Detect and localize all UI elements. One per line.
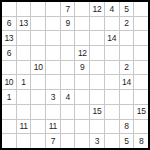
cell-r10c10[interactable]: 8 (134, 134, 148, 148)
clue-number: 15 (137, 107, 146, 116)
cell-r2c5[interactable]: 9 (61, 17, 75, 31)
cell-r5c4[interactable] (46, 61, 60, 75)
cell-r8c5[interactable] (61, 105, 75, 119)
cell-r3c3[interactable] (31, 31, 45, 45)
clue-number: 7 (65, 5, 69, 14)
clue-number: 14 (107, 34, 116, 43)
clue-number: 14 (122, 78, 131, 87)
clue-number: 3 (95, 137, 99, 146)
cell-r10c4[interactable]: 7 (46, 134, 60, 148)
clue-number: 15 (93, 107, 102, 116)
cell-r10c9[interactable]: 5 (120, 134, 134, 148)
cell-r1c6[interactable] (75, 2, 89, 16)
cell-r3c4[interactable] (46, 31, 60, 45)
cell-r1c1[interactable] (2, 2, 16, 16)
clue-number: 2 (124, 63, 128, 72)
cell-r7c1[interactable]: 1 (2, 90, 16, 104)
cell-r2c8[interactable] (105, 17, 119, 31)
cell-r5c7[interactable] (90, 61, 104, 75)
clue-number: 10 (4, 78, 13, 87)
cell-r1c5[interactable]: 7 (61, 2, 75, 16)
cell-r5c6[interactable]: 9 (75, 61, 89, 75)
cell-r5c1[interactable] (2, 61, 16, 75)
cell-r6c10[interactable] (134, 75, 148, 89)
clue-number: 11 (19, 122, 27, 131)
cell-r8c10[interactable]: 15 (134, 105, 148, 119)
cell-r3c6[interactable] (75, 31, 89, 45)
cell-r4c7[interactable] (90, 46, 104, 60)
clue-number: 11 (49, 122, 57, 131)
cell-r6c5[interactable] (61, 75, 75, 89)
cell-r6c1[interactable]: 10 (2, 75, 16, 89)
cell-r7c9[interactable] (120, 90, 134, 104)
cell-r4c10[interactable] (134, 46, 148, 60)
cell-r4c1[interactable]: 6 (2, 46, 16, 60)
cell-r6c8[interactable] (105, 75, 119, 89)
cell-r4c3[interactable] (31, 46, 45, 60)
cell-r1c10[interactable] (134, 2, 148, 16)
cell-r2c2[interactable]: 13 (17, 17, 31, 31)
cell-r2c10[interactable] (134, 17, 148, 31)
cell-r9c4[interactable]: 11 (46, 120, 60, 134)
cell-r7c5[interactable]: 4 (61, 90, 75, 104)
cell-r3c10[interactable] (134, 31, 148, 45)
cell-r4c8[interactable] (105, 46, 119, 60)
numberlink-board: 7124561392131461210921011413415151111873… (0, 0, 150, 150)
cell-r9c6[interactable] (75, 120, 89, 134)
cell-r2c9[interactable]: 2 (120, 17, 134, 31)
cell-r1c3[interactable] (31, 2, 45, 16)
cell-r2c6[interactable] (75, 17, 89, 31)
cell-r7c10[interactable] (134, 90, 148, 104)
cell-r3c7[interactable] (90, 31, 104, 45)
cell-r9c3[interactable] (31, 120, 45, 134)
clue-number: 2 (124, 19, 128, 28)
cell-r5c9[interactable]: 2 (120, 61, 134, 75)
cell-r1c2[interactable] (17, 2, 31, 16)
cell-r6c9[interactable]: 14 (120, 75, 134, 89)
cell-r2c3[interactable] (31, 17, 45, 31)
cell-r7c2[interactable] (17, 90, 31, 104)
cell-r9c7[interactable] (90, 120, 104, 134)
cell-r9c5[interactable] (61, 120, 75, 134)
cell-r3c8[interactable]: 14 (105, 31, 119, 45)
cell-r8c4[interactable] (46, 105, 60, 119)
clue-number: 5 (124, 137, 128, 146)
clue-number: 12 (93, 5, 102, 14)
cell-r4c6[interactable]: 12 (75, 46, 89, 60)
cell-r2c4[interactable] (46, 17, 60, 31)
clue-number: 10 (34, 63, 43, 72)
cell-r1c4[interactable] (46, 2, 60, 16)
clue-number: 12 (78, 49, 87, 58)
cell-r7c8[interactable] (105, 90, 119, 104)
clue-number: 13 (19, 19, 28, 28)
cell-r5c10[interactable] (134, 61, 148, 75)
clue-number: 13 (4, 34, 13, 43)
cell-r10c8[interactable] (105, 134, 119, 148)
clue-number: 8 (124, 122, 128, 131)
cell-r9c10[interactable] (134, 120, 148, 134)
cell-r9c2[interactable]: 11 (17, 120, 31, 134)
cell-r7c4[interactable]: 3 (46, 90, 60, 104)
cell-r8c2[interactable] (17, 105, 31, 119)
cell-r9c1[interactable] (2, 120, 16, 134)
clue-number: 6 (7, 19, 11, 28)
cell-r9c8[interactable] (105, 120, 119, 134)
cell-r7c3[interactable] (31, 90, 45, 104)
cell-r5c3[interactable]: 10 (31, 61, 45, 75)
cell-r1c7[interactable]: 12 (90, 2, 104, 16)
cell-r8c1[interactable] (2, 105, 16, 119)
cell-r10c3[interactable] (31, 134, 45, 148)
cell-r10c6[interactable] (75, 134, 89, 148)
clue-number: 9 (80, 63, 84, 72)
cell-r10c2[interactable] (17, 134, 31, 148)
cell-r7c7[interactable] (90, 90, 104, 104)
cell-r4c2[interactable] (17, 46, 31, 60)
cell-r6c3[interactable] (31, 75, 45, 89)
cell-r3c5[interactable] (61, 31, 75, 45)
clue-number: 6 (7, 49, 11, 58)
cell-r5c2[interactable] (17, 61, 31, 75)
clue-number: 9 (65, 19, 69, 28)
cell-r10c5[interactable] (61, 134, 75, 148)
cell-r1c8[interactable]: 4 (105, 2, 119, 16)
cell-r8c9[interactable] (120, 105, 134, 119)
cell-r2c1[interactable]: 6 (2, 17, 16, 31)
cell-r4c5[interactable] (61, 46, 75, 60)
cell-r3c2[interactable] (17, 31, 31, 45)
cell-r4c4[interactable] (46, 46, 60, 60)
cell-r1c9[interactable]: 5 (120, 2, 134, 16)
cell-r2c7[interactable] (90, 17, 104, 31)
cell-r8c8[interactable] (105, 105, 119, 119)
cell-r6c4[interactable] (46, 75, 60, 89)
cell-r10c1[interactable] (2, 134, 16, 148)
clue-number: 3 (51, 93, 55, 102)
cell-r6c2[interactable]: 1 (17, 75, 31, 89)
cell-r4c9[interactable] (120, 46, 134, 60)
cell-r3c9[interactable] (120, 31, 134, 45)
clue-number: 5 (124, 5, 128, 14)
cell-r8c3[interactable] (31, 105, 45, 119)
clue-number: 7 (51, 137, 55, 146)
cell-r10c7[interactable]: 3 (90, 134, 104, 148)
cell-r3c1[interactable]: 13 (2, 31, 16, 45)
cell-r8c7[interactable]: 15 (90, 105, 104, 119)
cell-r9c9[interactable]: 8 (120, 120, 134, 134)
cell-r6c7[interactable] (90, 75, 104, 89)
clue-number: 8 (139, 137, 143, 146)
clue-number: 4 (65, 93, 69, 102)
cell-r7c6[interactable] (75, 90, 89, 104)
clue-number: 1 (7, 93, 11, 102)
cell-r6c6[interactable] (75, 75, 89, 89)
cell-r5c5[interactable] (61, 61, 75, 75)
cell-r8c6[interactable] (75, 105, 89, 119)
cell-r5c8[interactable] (105, 61, 119, 75)
clue-number: 4 (110, 5, 114, 14)
clue-number: 1 (21, 78, 25, 87)
